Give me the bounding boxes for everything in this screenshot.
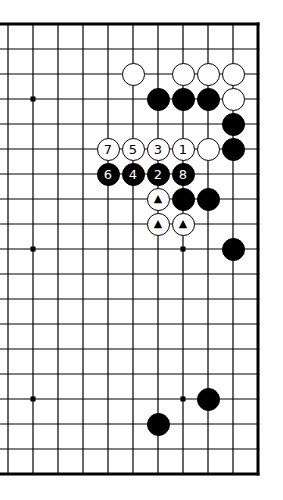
stone-white xyxy=(222,63,245,86)
stone-black-move-2: 2 xyxy=(147,163,170,186)
stone-black xyxy=(172,88,195,111)
move-number-label: 8 xyxy=(179,167,187,180)
stone-black xyxy=(197,388,220,411)
move-number-label: 2 xyxy=(154,167,162,180)
move-number-label: 6 xyxy=(104,167,112,180)
triangle-mark-icon: ▲ xyxy=(154,193,162,204)
stone-white-triangle-marked: ▲ xyxy=(147,188,170,211)
stone-black xyxy=(147,88,170,111)
triangle-mark-icon: ▲ xyxy=(179,218,187,229)
stone-white-triangle-marked: ▲ xyxy=(172,213,195,236)
stone-white xyxy=(197,138,220,161)
stone-white-move-5: 5 xyxy=(122,138,145,161)
stone-black xyxy=(172,188,195,211)
stone-white xyxy=(197,63,220,86)
stone-black-move-4: 4 xyxy=(122,163,145,186)
stone-white xyxy=(122,63,145,86)
stone-white-move-3: 3 xyxy=(147,138,170,161)
stone-white-move-7: 7 xyxy=(97,138,120,161)
stone-black xyxy=(147,413,170,436)
stone-white xyxy=(222,88,245,111)
stone-black xyxy=(222,113,245,136)
move-number-label: 1 xyxy=(179,142,187,155)
stone-black xyxy=(197,188,220,211)
stone-black xyxy=(222,238,245,261)
stone-black xyxy=(197,88,220,111)
move-number-label: 4 xyxy=(129,167,137,180)
triangle-mark-icon: ▲ xyxy=(154,218,162,229)
diagram-stage: 75316428▲▲▲ xyxy=(0,0,283,500)
stone-black xyxy=(222,138,245,161)
move-number-label: 3 xyxy=(154,142,162,155)
go-board: 75316428▲▲▲ xyxy=(0,0,283,500)
stone-white-move-1: 1 xyxy=(172,138,195,161)
stone-black-move-8: 8 xyxy=(172,163,195,186)
stones-layer: 75316428▲▲▲ xyxy=(0,12,271,487)
stone-white-triangle-marked: ▲ xyxy=(147,213,170,236)
move-number-label: 5 xyxy=(129,142,137,155)
stone-white xyxy=(172,63,195,86)
move-number-label: 7 xyxy=(104,142,112,155)
stone-black-move-6: 6 xyxy=(97,163,120,186)
